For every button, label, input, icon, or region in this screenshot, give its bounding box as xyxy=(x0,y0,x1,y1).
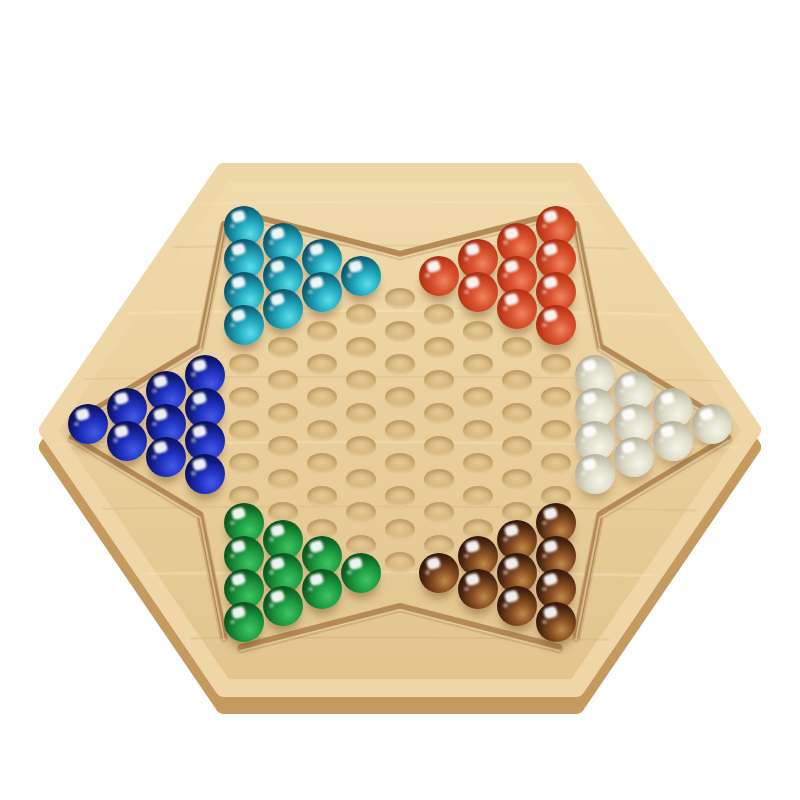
hole-divot xyxy=(424,304,454,325)
marble-blue[interactable] xyxy=(185,454,225,494)
marble-clear[interactable] xyxy=(653,421,693,461)
marble-brown[interactable] xyxy=(419,553,459,593)
board-hole[interactable] xyxy=(381,381,420,414)
hole-divot xyxy=(424,502,454,523)
hole-divot xyxy=(229,420,259,441)
hole-divot xyxy=(346,469,376,490)
hole-divot xyxy=(307,387,337,408)
board-hole[interactable] xyxy=(381,315,420,348)
hole-divot xyxy=(502,469,532,490)
board-hole[interactable] xyxy=(498,397,537,430)
board-hole[interactable] xyxy=(498,463,537,496)
board-hole[interactable] xyxy=(459,579,498,612)
board-hole[interactable] xyxy=(537,381,576,414)
board-hole[interactable] xyxy=(303,579,342,612)
marble-blue[interactable] xyxy=(68,404,108,444)
board-hole[interactable] xyxy=(342,496,381,529)
hole-divot xyxy=(346,370,376,391)
hole-divot xyxy=(541,387,571,408)
board-hole[interactable] xyxy=(225,348,264,381)
hole-divot xyxy=(229,453,259,474)
hole-divot xyxy=(268,337,298,358)
hole-divot xyxy=(346,337,376,358)
marble-brown[interactable] xyxy=(458,569,498,609)
board-hole[interactable] xyxy=(420,298,459,331)
board-hole[interactable] xyxy=(420,496,459,529)
board-hole[interactable] xyxy=(381,480,420,513)
board-hole[interactable] xyxy=(225,414,264,447)
board-hole[interactable] xyxy=(264,298,303,331)
board-hole[interactable] xyxy=(225,381,264,414)
board-hole[interactable] xyxy=(303,315,342,348)
board-hole[interactable] xyxy=(303,282,342,315)
hole-divot xyxy=(502,337,532,358)
board-hole[interactable] xyxy=(537,612,576,645)
hole-divot xyxy=(268,436,298,457)
board-hole[interactable] xyxy=(264,364,303,397)
hole-divot xyxy=(307,420,337,441)
marble-blue[interactable] xyxy=(107,421,147,461)
board-hole[interactable] xyxy=(342,463,381,496)
hole-divot xyxy=(424,337,454,358)
marble-blue[interactable] xyxy=(146,437,186,477)
board-hole[interactable] xyxy=(537,447,576,480)
board-hole[interactable] xyxy=(303,348,342,381)
hole-divot xyxy=(307,354,337,375)
hole-divot xyxy=(229,387,259,408)
board-hole[interactable] xyxy=(498,430,537,463)
board-hole[interactable] xyxy=(264,331,303,364)
board-hole[interactable] xyxy=(381,513,420,546)
hole-divot xyxy=(385,420,415,441)
board-hole[interactable] xyxy=(342,397,381,430)
board-hole[interactable] xyxy=(693,414,732,447)
board-hole[interactable] xyxy=(381,546,420,579)
hole-divot xyxy=(307,321,337,342)
hole-divot xyxy=(385,552,415,573)
board-hole[interactable] xyxy=(615,447,654,480)
marble-teal[interactable] xyxy=(263,289,303,329)
hole-divot xyxy=(307,453,337,474)
hole-divot xyxy=(385,387,415,408)
board-hole[interactable] xyxy=(342,265,381,298)
marble-red[interactable] xyxy=(458,272,498,312)
board-hole[interactable] xyxy=(69,414,108,447)
marble-red[interactable] xyxy=(536,305,576,345)
marble-green[interactable] xyxy=(224,602,264,642)
board-hole[interactable] xyxy=(576,463,615,496)
hole-divot xyxy=(385,288,415,309)
board-hole[interactable] xyxy=(381,414,420,447)
hole-divot xyxy=(346,304,376,325)
board-hole[interactable] xyxy=(381,348,420,381)
board-hole[interactable] xyxy=(342,562,381,595)
board-hole[interactable] xyxy=(420,331,459,364)
board-hole[interactable] xyxy=(303,414,342,447)
hole-divot xyxy=(424,469,454,490)
hole-divot xyxy=(229,354,259,375)
board-hole[interactable] xyxy=(420,364,459,397)
hole-divot xyxy=(541,354,571,375)
marble-red[interactable] xyxy=(419,256,459,296)
board-hole[interactable] xyxy=(381,282,420,315)
board-hole[interactable] xyxy=(420,463,459,496)
board-hole[interactable] xyxy=(225,315,264,348)
hole-divot xyxy=(502,370,532,391)
hole-divot xyxy=(268,370,298,391)
board-hole[interactable] xyxy=(264,595,303,628)
board-hole[interactable] xyxy=(303,381,342,414)
marble-clear[interactable] xyxy=(575,454,615,494)
hole-divot xyxy=(463,420,493,441)
board-hole[interactable] xyxy=(342,430,381,463)
board-hole[interactable] xyxy=(225,612,264,645)
hole-divot xyxy=(502,436,532,457)
board-hole[interactable] xyxy=(459,381,498,414)
board-hole[interactable] xyxy=(498,298,537,331)
board-hole[interactable] xyxy=(381,447,420,480)
hole-divot xyxy=(307,486,337,507)
board-hole[interactable] xyxy=(498,331,537,364)
board-hole[interactable] xyxy=(342,331,381,364)
board-grid xyxy=(69,216,732,645)
hole-divot xyxy=(346,502,376,523)
board-hole[interactable] xyxy=(303,480,342,513)
hole-divot xyxy=(424,436,454,457)
board-hole[interactable] xyxy=(459,480,498,513)
board-hole[interactable] xyxy=(225,447,264,480)
board-hole[interactable] xyxy=(537,315,576,348)
board-hole[interactable] xyxy=(537,348,576,381)
marble-green[interactable] xyxy=(341,553,381,593)
board-hole[interactable] xyxy=(264,430,303,463)
hole-divot xyxy=(463,453,493,474)
marble-clear[interactable] xyxy=(614,437,654,477)
board-hole[interactable] xyxy=(459,282,498,315)
hole-divot xyxy=(463,387,493,408)
marble-teal[interactable] xyxy=(302,272,342,312)
board-hole[interactable] xyxy=(186,463,225,496)
marble-green[interactable] xyxy=(302,569,342,609)
board-hole[interactable] xyxy=(420,430,459,463)
board-hole[interactable] xyxy=(264,463,303,496)
hole-divot xyxy=(463,486,493,507)
marble-brown[interactable] xyxy=(536,602,576,642)
hole-divot xyxy=(346,436,376,457)
hole-divot xyxy=(463,321,493,342)
board-hole[interactable] xyxy=(459,447,498,480)
hole-divot xyxy=(385,354,415,375)
board-hole[interactable] xyxy=(420,562,459,595)
hole-divot xyxy=(268,469,298,490)
board-hole[interactable] xyxy=(147,447,186,480)
hole-divot xyxy=(541,420,571,441)
hole-divot xyxy=(463,354,493,375)
hole-divot xyxy=(385,486,415,507)
board-hole[interactable] xyxy=(303,447,342,480)
board-hole[interactable] xyxy=(498,364,537,397)
board-hole[interactable] xyxy=(420,265,459,298)
marble-green[interactable] xyxy=(263,586,303,626)
hole-divot xyxy=(268,403,298,424)
hole-divot xyxy=(385,453,415,474)
board-hole[interactable] xyxy=(342,298,381,331)
board-hole[interactable] xyxy=(420,397,459,430)
board-hole[interactable] xyxy=(654,430,693,463)
marble-clear[interactable] xyxy=(692,404,732,444)
board-hole[interactable] xyxy=(264,397,303,430)
hole-divot xyxy=(541,453,571,474)
hole-divot xyxy=(346,403,376,424)
hole-divot xyxy=(502,403,532,424)
hole-divot xyxy=(385,519,415,540)
board-hole[interactable] xyxy=(537,414,576,447)
board-hole[interactable] xyxy=(108,430,147,463)
board-hole[interactable] xyxy=(498,595,537,628)
marble-brown[interactable] xyxy=(497,586,537,626)
scene xyxy=(0,0,800,800)
hole-divot xyxy=(424,403,454,424)
board-hole[interactable] xyxy=(459,348,498,381)
hole-divot xyxy=(424,370,454,391)
board-hole[interactable] xyxy=(342,364,381,397)
marble-teal[interactable] xyxy=(341,256,381,296)
board-hole[interactable] xyxy=(459,414,498,447)
board-hole[interactable] xyxy=(459,315,498,348)
marble-teal[interactable] xyxy=(224,305,264,345)
marble-red[interactable] xyxy=(497,289,537,329)
hole-divot xyxy=(385,321,415,342)
